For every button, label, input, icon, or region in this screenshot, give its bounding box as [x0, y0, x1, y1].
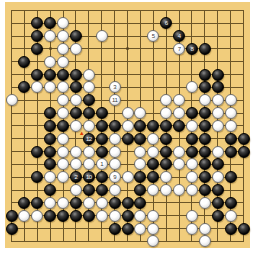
white-stone — [70, 184, 82, 196]
move-number-label: 11 — [112, 97, 117, 103]
white-stone — [96, 197, 108, 209]
white-stone — [70, 146, 82, 158]
white-stone — [57, 94, 69, 106]
black-stone — [31, 171, 43, 183]
white-stone — [212, 120, 224, 132]
black-stone-move-10: 10 — [83, 171, 95, 183]
black-stone — [83, 107, 95, 119]
white-stone — [6, 94, 18, 106]
black-stone — [199, 120, 211, 132]
black-stone — [122, 197, 134, 209]
white-stone — [186, 171, 198, 183]
white-stone — [57, 146, 69, 158]
black-stone — [212, 81, 224, 93]
black-stone — [96, 171, 108, 183]
black-stone — [225, 133, 237, 145]
black-stone — [122, 223, 134, 235]
black-stone — [199, 184, 211, 196]
black-stone — [44, 210, 56, 222]
black-stone — [212, 210, 224, 222]
black-stone — [238, 146, 250, 158]
black-stone — [173, 120, 185, 132]
white-stone — [134, 158, 146, 170]
white-stone — [186, 158, 198, 170]
white-stone — [83, 146, 95, 158]
white-stone — [173, 94, 185, 106]
white-stone — [147, 223, 159, 235]
move-number-label: 7 — [178, 46, 181, 52]
black-stone — [31, 69, 43, 81]
white-stone-move-11: 11 — [109, 94, 121, 106]
black-stone — [6, 223, 18, 235]
white-stone — [109, 158, 121, 170]
black-stone — [147, 171, 159, 183]
black-stone — [186, 146, 198, 158]
go-board[interactable]: 654783111212109▴ — [5, 2, 250, 248]
black-stone — [160, 146, 172, 158]
black-stone — [186, 133, 198, 145]
black-stone — [186, 107, 198, 119]
white-stone — [147, 146, 159, 158]
white-stone — [57, 17, 69, 29]
white-stone — [225, 107, 237, 119]
black-stone — [18, 197, 30, 209]
white-stone-move-3: 3 — [109, 81, 121, 93]
black-stone — [109, 197, 121, 209]
black-stone — [83, 210, 95, 222]
white-stone — [70, 43, 82, 55]
black-stone — [96, 184, 108, 196]
white-stone — [160, 171, 172, 183]
white-stone — [212, 107, 224, 119]
black-stone — [212, 197, 224, 209]
black-stone-move-2: 2 — [70, 171, 82, 183]
black-stone — [212, 184, 224, 196]
white-stone — [57, 133, 69, 145]
black-stone — [31, 17, 43, 29]
move-number-label: 1 — [100, 161, 103, 167]
black-stone — [31, 197, 43, 209]
black-stone — [31, 43, 43, 55]
black-stone — [199, 81, 211, 93]
white-stone — [186, 210, 198, 222]
black-stone — [212, 69, 224, 81]
move-number-label: 5 — [152, 33, 155, 39]
white-stone — [96, 30, 108, 42]
black-stone — [199, 133, 211, 145]
black-stone — [122, 210, 134, 222]
black-stone — [70, 107, 82, 119]
black-stone — [44, 146, 56, 158]
white-stone — [147, 235, 159, 247]
grid-line-vertical — [243, 10, 244, 242]
white-stone — [186, 120, 198, 132]
black-stone — [83, 94, 95, 106]
black-stone — [18, 56, 30, 68]
white-stone — [134, 146, 146, 158]
black-stone — [199, 69, 211, 81]
white-stone — [57, 171, 69, 183]
black-stone — [96, 120, 108, 132]
white-stone-move-7: 7 — [173, 43, 185, 55]
white-stone — [134, 223, 146, 235]
white-stone — [199, 197, 211, 209]
black-stone — [70, 81, 82, 93]
black-stone — [160, 158, 172, 170]
black-stone — [70, 210, 82, 222]
white-stone — [173, 107, 185, 119]
white-stone — [186, 184, 198, 196]
white-stone — [147, 184, 159, 196]
move-number-label: 4 — [178, 33, 181, 39]
black-stone — [70, 197, 82, 209]
white-stone — [109, 210, 121, 222]
black-stone — [225, 197, 237, 209]
white-stone — [212, 171, 224, 183]
white-stone — [83, 197, 95, 209]
white-stone — [31, 81, 43, 93]
black-stone-move-8: 8 — [186, 43, 198, 55]
black-stone — [109, 223, 121, 235]
black-stone — [134, 133, 146, 145]
white-stone — [122, 120, 134, 132]
white-stone — [160, 94, 172, 106]
black-stone — [83, 184, 95, 196]
white-stone-move-9: 9 — [109, 171, 121, 183]
black-stone — [199, 107, 211, 119]
white-stone — [122, 171, 134, 183]
black-stone-move-4: 4 — [173, 30, 185, 42]
black-stone — [44, 158, 56, 170]
black-stone — [134, 184, 146, 196]
black-stone — [44, 17, 56, 29]
white-stone — [109, 184, 121, 196]
white-stone — [57, 56, 69, 68]
black-stone — [57, 120, 69, 132]
white-stone — [44, 171, 56, 183]
white-stone — [225, 210, 237, 222]
white-stone — [134, 210, 146, 222]
black-stone — [238, 223, 250, 235]
black-stone — [199, 43, 211, 55]
white-stone — [160, 107, 172, 119]
black-stone — [160, 133, 172, 145]
black-stone — [44, 69, 56, 81]
white-stone — [173, 158, 185, 170]
white-stone — [199, 94, 211, 106]
black-stone — [70, 69, 82, 81]
white-stone — [57, 158, 69, 170]
white-stone — [83, 81, 95, 93]
white-stone — [57, 107, 69, 119]
black-stone — [147, 158, 159, 170]
move-number-label: 9 — [113, 174, 116, 180]
black-stone — [44, 184, 56, 196]
white-stone — [44, 56, 56, 68]
black-stone — [18, 81, 30, 93]
white-stone — [44, 197, 56, 209]
black-stone — [199, 171, 211, 183]
white-stone-move-1: 1 — [96, 158, 108, 170]
red-triangle-marker: ▴ — [80, 129, 84, 136]
move-number-label: 3 — [113, 84, 116, 90]
white-stone — [96, 210, 108, 222]
white-stone — [109, 133, 121, 145]
black-stone — [134, 120, 146, 132]
white-stone — [160, 184, 172, 196]
black-stone — [96, 133, 108, 145]
white-stone — [18, 210, 30, 222]
black-stone — [109, 120, 121, 132]
black-stone — [44, 107, 56, 119]
black-stone — [160, 120, 172, 132]
white-stone — [57, 81, 69, 93]
black-stone — [57, 210, 69, 222]
black-stone — [238, 133, 250, 145]
white-stone — [173, 146, 185, 158]
white-stone — [199, 235, 211, 247]
black-stone — [199, 146, 211, 158]
white-stone — [199, 223, 211, 235]
white-stone — [147, 210, 159, 222]
black-stone-move-6: 6 — [160, 17, 172, 29]
black-stone — [70, 30, 82, 42]
white-stone — [212, 146, 224, 158]
white-stone — [109, 146, 121, 158]
white-stone — [57, 43, 69, 55]
white-stone — [44, 81, 56, 93]
black-stone — [31, 146, 43, 158]
white-stone — [212, 94, 224, 106]
black-stone — [31, 30, 43, 42]
white-stone — [83, 120, 95, 132]
black-stone — [199, 158, 211, 170]
go-diagram: 654783111212109▴ — [0, 0, 256, 254]
white-stone — [70, 158, 82, 170]
white-stone — [57, 30, 69, 42]
black-stone — [225, 223, 237, 235]
move-number-label: 12 — [86, 136, 92, 142]
black-stone — [134, 171, 146, 183]
white-stone — [83, 69, 95, 81]
white-stone — [83, 158, 95, 170]
white-stone — [134, 107, 146, 119]
white-stone — [31, 210, 43, 222]
black-stone — [44, 133, 56, 145]
white-stone — [57, 197, 69, 209]
white-stone — [225, 94, 237, 106]
black-stone — [212, 158, 224, 170]
black-stone — [96, 146, 108, 158]
black-stone — [122, 133, 134, 145]
move-number-label: 10 — [86, 174, 92, 180]
white-stone — [173, 184, 185, 196]
black-stone-move-12: 12 — [83, 133, 95, 145]
white-stone — [44, 30, 56, 42]
white-stone-move-5: 5 — [147, 30, 159, 42]
black-stone — [6, 210, 18, 222]
black-stone — [225, 146, 237, 158]
black-stone — [44, 120, 56, 132]
white-stone — [147, 133, 159, 145]
black-stone — [96, 107, 108, 119]
white-stone — [186, 223, 198, 235]
white-stone — [122, 107, 134, 119]
black-stone — [147, 120, 159, 132]
move-number-label: 8 — [191, 46, 194, 52]
move-number-label: 2 — [75, 174, 78, 180]
white-stone — [186, 81, 198, 93]
black-stone — [57, 69, 69, 81]
black-stone — [225, 171, 237, 183]
white-stone — [225, 120, 237, 132]
move-number-label: 6 — [165, 20, 168, 26]
white-stone — [70, 94, 82, 106]
black-stone — [134, 197, 146, 209]
